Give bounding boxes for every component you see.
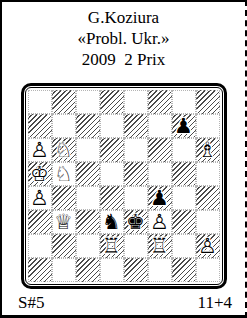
white-bishop-h6: ♗ (198, 138, 217, 162)
square-f1 (148, 258, 172, 282)
black-knight-d3: ♞ (102, 210, 121, 234)
square-b4 (52, 186, 76, 210)
white-knight-b5: ♘ (54, 162, 73, 186)
square-e4 (124, 186, 148, 210)
square-d4 (100, 186, 124, 210)
square-a4: ♙ (28, 186, 52, 210)
square-h7 (196, 114, 220, 138)
square-e8 (124, 90, 148, 114)
square-e2 (124, 234, 148, 258)
square-g5 (172, 162, 196, 186)
white-pawn-a4: ♙ (30, 186, 49, 210)
square-d8 (100, 90, 124, 114)
square-a7 (28, 114, 52, 138)
square-g3 (172, 210, 196, 234)
square-b7 (52, 114, 76, 138)
square-a6: ♙ (28, 138, 52, 162)
white-pawn-h2: ♙ (198, 234, 217, 258)
square-g6 (172, 138, 196, 162)
year-award: 2009 2 Prix (2, 49, 245, 70)
square-d1 (100, 258, 124, 282)
square-c3 (76, 210, 100, 234)
square-h6: ♗ (196, 138, 220, 162)
square-b1 (52, 258, 76, 282)
square-g2 (172, 234, 196, 258)
square-c5 (76, 162, 100, 186)
square-e7 (124, 114, 148, 138)
square-e6 (124, 138, 148, 162)
author-name: G.Koziura (2, 7, 245, 28)
square-f7 (148, 114, 172, 138)
white-king-a5: ♔ (30, 162, 49, 186)
white-rook-d2: ♖ (102, 234, 121, 258)
square-c1 (76, 258, 100, 282)
square-b3: ♕ (52, 210, 76, 234)
square-c7 (76, 114, 100, 138)
diagram-header: G.Koziura «Probl. Ukr.» 2009 2 Prix (2, 2, 245, 70)
square-c2 (76, 234, 100, 258)
white-pawn-a6: ♙ (30, 138, 49, 162)
square-b2 (52, 234, 76, 258)
source-title: «Probl. Ukr.» (2, 28, 245, 49)
stipulation-label: S#5 (18, 293, 44, 313)
diagram-caption: S#5 11+4 (2, 289, 245, 313)
square-f8 (148, 90, 172, 114)
square-d5 (100, 162, 124, 186)
square-a5: ♔ (28, 162, 52, 186)
white-knight-b6: ♘ (54, 138, 73, 162)
square-b8 (52, 90, 76, 114)
square-d6 (100, 138, 124, 162)
square-g1 (172, 258, 196, 282)
square-b6: ♘ (52, 138, 76, 162)
square-a2 (28, 234, 52, 258)
square-e3: ♚ (124, 210, 148, 234)
square-d3: ♞ (100, 210, 124, 234)
square-a8 (28, 90, 52, 114)
material-count-label: 11+4 (198, 293, 232, 313)
chess-board-frame: ♟♙♘♗♔♘♙♟♕♞♚♙♖♖♙ (21, 83, 227, 289)
white-pawn-f3: ♙ (150, 210, 169, 234)
square-h3 (196, 210, 220, 234)
square-b5: ♘ (52, 162, 76, 186)
black-king-e3: ♚ (126, 210, 145, 234)
square-h5 (196, 162, 220, 186)
square-f6 (148, 138, 172, 162)
square-g7: ♟ (172, 114, 196, 138)
square-g8 (172, 90, 196, 114)
black-pawn-g7: ♟ (174, 114, 193, 138)
square-h8 (196, 90, 220, 114)
square-g4 (172, 186, 196, 210)
square-h4 (196, 186, 220, 210)
square-f2: ♖ (148, 234, 172, 258)
square-f4: ♟ (148, 186, 172, 210)
problem-diagram-page: G.Koziura «Probl. Ukr.» 2009 2 Prix ♟♙♘♗… (0, 0, 247, 318)
square-h2: ♙ (196, 234, 220, 258)
square-f5 (148, 162, 172, 186)
square-f3: ♙ (148, 210, 172, 234)
square-c4 (76, 186, 100, 210)
square-a1 (28, 258, 52, 282)
square-d7 (100, 114, 124, 138)
square-h1 (196, 258, 220, 282)
chess-board: ♟♙♘♗♔♘♙♟♕♞♚♙♖♖♙ (28, 90, 220, 282)
black-pawn-f4: ♟ (150, 186, 169, 210)
square-e5 (124, 162, 148, 186)
square-c6 (76, 138, 100, 162)
white-rook-f2: ♖ (150, 234, 169, 258)
square-d2: ♖ (100, 234, 124, 258)
square-c8 (76, 90, 100, 114)
white-queen-b3: ♕ (54, 210, 73, 234)
chess-board-border: ♟♙♘♗♔♘♙♟♕♞♚♙♖♖♙ (25, 87, 223, 285)
square-e1 (124, 258, 148, 282)
square-a3 (28, 210, 52, 234)
